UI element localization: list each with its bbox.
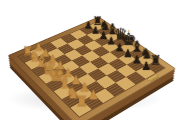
board-frame: ♜♟♞♟♝♟♛♟♚♟♟♝♜♟♟♞♞♟♟♜♝♟♟♛♟♚♟♝♟♞♟♜ (8, 17, 177, 120)
chess-board: ♜♟♞♟♝♟♛♟♚♟♟♝♜♟♟♞♞♟♟♜♝♟♟♛♟♚♟♝♟♞♟♜ (8, 17, 177, 120)
black-pawn[interactable]: ♟ (134, 61, 157, 72)
chess-set-photo: ♜♟♞♟♝♟♛♟♚♟♟♝♜♟♟♞♞♟♟♜♝♟♟♛♟♚♟♝♟♞♟♜ (0, 0, 180, 120)
square-g5[interactable] (107, 70, 126, 83)
perspective-wrapper: ♜♟♞♟♝♟♛♟♚♟♟♝♜♟♟♞♞♟♟♜♝♟♟♛♟♚♟♝♟♞♟♜ (0, 0, 180, 120)
square-h1[interactable]: ♜ (70, 101, 91, 116)
board-grid: ♜♟♞♟♝♟♛♟♚♟♟♝♜♟♟♞♞♟♟♜♝♟♟♛♟♚♟♝♟♞♟♜ (18, 22, 164, 117)
white-rook[interactable]: ♜ (68, 94, 93, 109)
